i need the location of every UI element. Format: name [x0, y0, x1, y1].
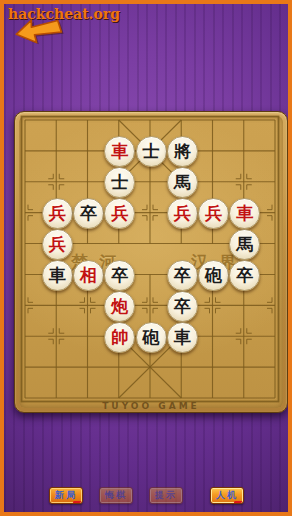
piece-red-炮[interactable]: 炮 — [104, 291, 135, 322]
piece-red-兵[interactable]: 兵 — [198, 198, 229, 229]
hint-label: 提示 — [155, 489, 177, 502]
back-arrow-icon[interactable] — [14, 16, 66, 46]
piece-black-車[interactable]: 車 — [167, 322, 198, 353]
undo-move-button[interactable]: 悔棋 — [99, 487, 133, 504]
notification-mark — [234, 501, 243, 503]
notification-mark — [73, 501, 82, 503]
piece-black-車[interactable]: 車 — [42, 260, 73, 291]
piece-black-將[interactable]: 將 — [167, 136, 198, 167]
piece-black-卒[interactable]: 卒 — [73, 198, 104, 229]
new-game-button[interactable]: 新局 — [49, 487, 83, 504]
hint-button[interactable]: 提示 — [149, 487, 183, 504]
piece-black-卒[interactable]: 卒 — [167, 291, 198, 322]
piece-red-兵[interactable]: 兵 — [42, 198, 73, 229]
piece-black-卒[interactable]: 卒 — [167, 260, 198, 291]
piece-black-砲[interactable]: 砲 — [136, 322, 167, 353]
watermark: hackcheat.org — [8, 4, 120, 23]
piece-black-士[interactable]: 士 — [136, 136, 167, 167]
piece-black-卒[interactable]: 卒 — [229, 260, 260, 291]
piece-red-兵[interactable]: 兵 — [167, 198, 198, 229]
piece-black-砲[interactable]: 砲 — [198, 260, 229, 291]
brand-text: TUYOO GAME — [15, 401, 287, 411]
piece-black-馬[interactable]: 馬 — [167, 167, 198, 198]
vs-ai-button[interactable]: 人机 — [210, 487, 244, 504]
piece-red-兵[interactable]: 兵 — [42, 229, 73, 260]
piece-red-帥[interactable]: 帥 — [104, 322, 135, 353]
undo-move-label: 悔棋 — [105, 489, 127, 502]
piece-black-卒[interactable]: 卒 — [104, 260, 135, 291]
piece-red-相[interactable]: 相 — [73, 260, 104, 291]
app-screen: hackcheat.org 楚河 汉界 車士將士馬兵卒兵兵兵車兵馬車相卒卒砲卒炮… — [0, 0, 292, 516]
xiangqi-board[interactable]: 楚河 汉界 車士將士馬兵卒兵兵兵車兵馬車相卒卒砲卒炮卒帥砲車 TUYOO GAM… — [14, 111, 288, 413]
